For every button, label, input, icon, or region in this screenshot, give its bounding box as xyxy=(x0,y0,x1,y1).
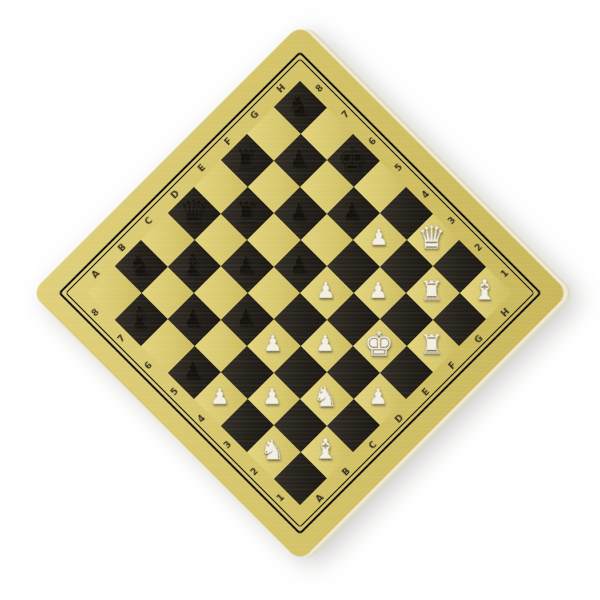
product-photo-scene: ABCDEFGH ABCDEFGH 87654321 87654321 ♞♛♜♞… xyxy=(0,0,600,600)
board-grid: ♞♛♜♞♝♝♜♟♟♟♟♚♟♟♟♟♟♟♟♟♟♟♟♛♞♞♚♜♝♟♜♝ xyxy=(88,81,512,505)
piece-white-knight[interactable]: ♞ xyxy=(260,436,285,464)
piece-black-knight[interactable]: ♞ xyxy=(127,250,152,278)
piece-white-bishop[interactable]: ♝ xyxy=(472,277,497,305)
piece-black-queen[interactable]: ♛ xyxy=(179,195,208,227)
piece-white-queen[interactable]: ♛ xyxy=(417,222,446,254)
piece-black-bishop[interactable]: ♝ xyxy=(180,250,205,278)
piece-black-pawn[interactable]: ♟ xyxy=(342,200,362,222)
piece-white-pawn[interactable]: ♟ xyxy=(210,386,230,408)
piece-black-bishop[interactable]: ♝ xyxy=(127,304,152,332)
piece-black-knight[interactable]: ♞ xyxy=(286,91,311,119)
piece-black-pawn[interactable]: ♟ xyxy=(289,200,309,222)
piece-black-rook[interactable]: ♜ xyxy=(234,145,258,172)
board-playing-area: ABCDEFGH ABCDEFGH 87654321 87654321 ♞♛♜♞… xyxy=(88,81,512,505)
piece-black-pawn[interactable]: ♟ xyxy=(183,307,203,329)
piece-white-bishop[interactable]: ♝ xyxy=(313,436,338,464)
piece-white-rook[interactable]: ♜ xyxy=(419,278,443,305)
piece-white-pawn[interactable]: ♟ xyxy=(369,280,389,302)
piece-white-pawn[interactable]: ♟ xyxy=(369,227,389,249)
piece-black-rook[interactable]: ♜ xyxy=(234,198,258,225)
piece-black-pawn[interactable]: ♟ xyxy=(289,253,309,275)
piece-white-pawn[interactable]: ♟ xyxy=(369,386,389,408)
piece-black-pawn[interactable]: ♟ xyxy=(236,253,256,275)
piece-black-pawn[interactable]: ♟ xyxy=(183,360,203,382)
piece-black-pawn[interactable]: ♟ xyxy=(289,147,309,169)
piece-white-pawn[interactable]: ♟ xyxy=(263,386,283,408)
piece-white-knight[interactable]: ♞ xyxy=(313,383,338,411)
piece-black-king[interactable]: ♚ xyxy=(337,141,367,175)
board-surface: ABCDEFGH ABCDEFGH 87654321 87654321 ♞♛♜♞… xyxy=(31,24,568,561)
piece-white-pawn[interactable]: ♟ xyxy=(263,333,283,355)
piece-black-pawn[interactable]: ♟ xyxy=(236,307,256,329)
chess-board: ABCDEFGH ABCDEFGH 87654321 87654321 ♞♛♜♞… xyxy=(31,24,568,561)
piece-white-pawn[interactable]: ♟ xyxy=(316,280,336,302)
piece-white-pawn[interactable]: ♟ xyxy=(316,333,336,355)
piece-white-rook[interactable]: ♜ xyxy=(419,331,443,358)
piece-white-king[interactable]: ♚ xyxy=(363,327,393,361)
